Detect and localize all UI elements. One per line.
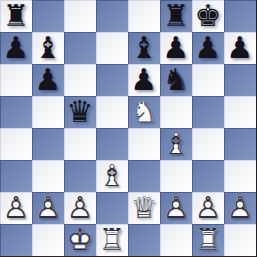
square-g2[interactable]: ♟♙ (192, 192, 224, 224)
white-pawn-piece[interactable]: ♟♙ (160, 192, 192, 224)
square-g7[interactable]: ♟ (192, 32, 224, 64)
square-f6[interactable]: ♞ (160, 64, 192, 96)
square-g8[interactable]: ♚ (192, 0, 224, 32)
square-h7[interactable]: ♟ (224, 32, 256, 64)
black-pawn-glyph-fill: ♟ (192, 32, 224, 64)
black-knight-glyph-fill: ♞ (160, 64, 192, 96)
black-king-piece[interactable]: ♚ (192, 0, 224, 32)
square-e8[interactable] (128, 0, 160, 32)
square-g3[interactable] (192, 160, 224, 192)
square-h8[interactable] (224, 0, 256, 32)
square-b3[interactable] (32, 160, 64, 192)
black-rook-glyph-fill: ♜ (160, 0, 192, 32)
white-pawn-glyph-outline: ♙ (32, 192, 64, 224)
white-rook-piece[interactable]: ♜♖ (192, 224, 224, 256)
square-h3[interactable] (224, 160, 256, 192)
square-a8[interactable]: ♜ (0, 0, 32, 32)
square-c5[interactable]: ♛ (64, 96, 96, 128)
square-g5[interactable] (192, 96, 224, 128)
square-f7[interactable]: ♟ (160, 32, 192, 64)
square-c6[interactable] (64, 64, 96, 96)
square-a6[interactable] (0, 64, 32, 96)
black-pawn-piece[interactable]: ♟ (224, 32, 256, 64)
square-h6[interactable] (224, 64, 256, 96)
square-a5[interactable] (0, 96, 32, 128)
square-a1[interactable] (0, 224, 32, 256)
square-e2[interactable]: ♛♕ (128, 192, 160, 224)
white-king-glyph-outline: ♔ (64, 224, 96, 256)
black-pawn-glyph-fill: ♟ (128, 64, 160, 96)
square-b8[interactable] (32, 0, 64, 32)
square-h4[interactable] (224, 128, 256, 160)
square-c4[interactable] (64, 128, 96, 160)
square-c8[interactable] (64, 0, 96, 32)
white-bishop-glyph-outline: ♗ (96, 160, 128, 192)
square-f3[interactable] (160, 160, 192, 192)
square-b7[interactable]: ♝ (32, 32, 64, 64)
square-c2[interactable]: ♟♙ (64, 192, 96, 224)
white-knight-glyph-outline: ♘ (128, 96, 160, 128)
white-pawn-piece[interactable]: ♟♙ (32, 192, 64, 224)
square-f8[interactable]: ♜ (160, 0, 192, 32)
black-rook-piece[interactable]: ♜ (0, 0, 32, 32)
square-e5[interactable]: ♞♘ (128, 96, 160, 128)
square-g6[interactable] (192, 64, 224, 96)
white-pawn-glyph-outline: ♙ (160, 192, 192, 224)
white-pawn-piece[interactable]: ♟♙ (64, 192, 96, 224)
square-b2[interactable]: ♟♙ (32, 192, 64, 224)
black-rook-glyph-fill: ♜ (0, 0, 32, 32)
square-a7[interactable]: ♟ (0, 32, 32, 64)
black-bishop-piece[interactable]: ♝ (32, 32, 64, 64)
square-h1[interactable] (224, 224, 256, 256)
square-e7[interactable]: ♝ (128, 32, 160, 64)
white-bishop-piece[interactable]: ♝♗ (96, 160, 128, 192)
black-pawn-glyph-fill: ♟ (32, 64, 64, 96)
white-rook-glyph-outline: ♖ (96, 224, 128, 256)
square-c3[interactable] (64, 160, 96, 192)
square-d8[interactable] (96, 0, 128, 32)
square-d3[interactable]: ♝♗ (96, 160, 128, 192)
white-rook-piece[interactable]: ♜♖ (96, 224, 128, 256)
square-e1[interactable] (128, 224, 160, 256)
black-bishop-piece[interactable]: ♝ (128, 32, 160, 64)
square-b5[interactable] (32, 96, 64, 128)
white-pawn-piece[interactable]: ♟♙ (0, 192, 32, 224)
square-d7[interactable] (96, 32, 128, 64)
black-king-glyph-fill: ♚ (192, 0, 224, 32)
square-a3[interactable] (0, 160, 32, 192)
square-h2[interactable]: ♟♙ (224, 192, 256, 224)
black-queen-piece[interactable]: ♛ (64, 96, 96, 128)
black-pawn-piece[interactable]: ♟ (32, 64, 64, 96)
white-pawn-piece[interactable]: ♟♙ (192, 192, 224, 224)
square-d5[interactable] (96, 96, 128, 128)
square-a2[interactable]: ♟♙ (0, 192, 32, 224)
square-d6[interactable] (96, 64, 128, 96)
black-pawn-piece[interactable]: ♟ (128, 64, 160, 96)
square-b6[interactable]: ♟ (32, 64, 64, 96)
square-h5[interactable] (224, 96, 256, 128)
square-f5[interactable] (160, 96, 192, 128)
square-a4[interactable] (0, 128, 32, 160)
square-b4[interactable] (32, 128, 64, 160)
white-pawn-glyph-outline: ♙ (224, 192, 256, 224)
white-rook-glyph-outline: ♖ (192, 224, 224, 256)
white-king-piece[interactable]: ♚♔ (64, 224, 96, 256)
square-f1[interactable] (160, 224, 192, 256)
square-f4[interactable]: ♝♗ (160, 128, 192, 160)
square-f2[interactable]: ♟♙ (160, 192, 192, 224)
white-bishop-glyph-outline: ♗ (160, 128, 192, 160)
white-pawn-glyph-outline: ♙ (64, 192, 96, 224)
square-d2[interactable] (96, 192, 128, 224)
square-d1[interactable]: ♜♖ (96, 224, 128, 256)
square-e3[interactable] (128, 160, 160, 192)
black-pawn-piece[interactable]: ♟ (192, 32, 224, 64)
square-e4[interactable] (128, 128, 160, 160)
square-c7[interactable] (64, 32, 96, 64)
black-queen-glyph-fill: ♛ (64, 96, 96, 128)
black-pawn-piece[interactable]: ♟ (160, 32, 192, 64)
black-pawn-piece[interactable]: ♟ (0, 32, 32, 64)
white-bishop-piece[interactable]: ♝♗ (160, 128, 192, 160)
white-queen-glyph-outline: ♕ (128, 192, 160, 224)
square-e6[interactable]: ♟ (128, 64, 160, 96)
black-bishop-glyph-fill: ♝ (32, 32, 64, 64)
white-knight-piece[interactable]: ♞♘ (128, 96, 160, 128)
black-pawn-glyph-fill: ♟ (0, 32, 32, 64)
black-pawn-glyph-fill: ♟ (160, 32, 192, 64)
white-queen-piece[interactable]: ♛♕ (128, 192, 160, 224)
white-pawn-glyph-outline: ♙ (0, 192, 32, 224)
chess-board: ♜♜♚♟♝♝♟♟♟♟♟♞♛♞♘♝♗♝♗♟♙♟♙♟♙♛♕♟♙♟♙♟♙♚♔♜♖♜♖ (0, 0, 257, 257)
square-b1[interactable] (32, 224, 64, 256)
square-g1[interactable]: ♜♖ (192, 224, 224, 256)
white-pawn-piece[interactable]: ♟♙ (224, 192, 256, 224)
black-bishop-glyph-fill: ♝ (128, 32, 160, 64)
square-c1[interactable]: ♚♔ (64, 224, 96, 256)
white-pawn-glyph-outline: ♙ (192, 192, 224, 224)
black-knight-piece[interactable]: ♞ (160, 64, 192, 96)
black-rook-piece[interactable]: ♜ (160, 0, 192, 32)
black-pawn-glyph-fill: ♟ (224, 32, 256, 64)
square-g4[interactable] (192, 128, 224, 160)
square-d4[interactable] (96, 128, 128, 160)
